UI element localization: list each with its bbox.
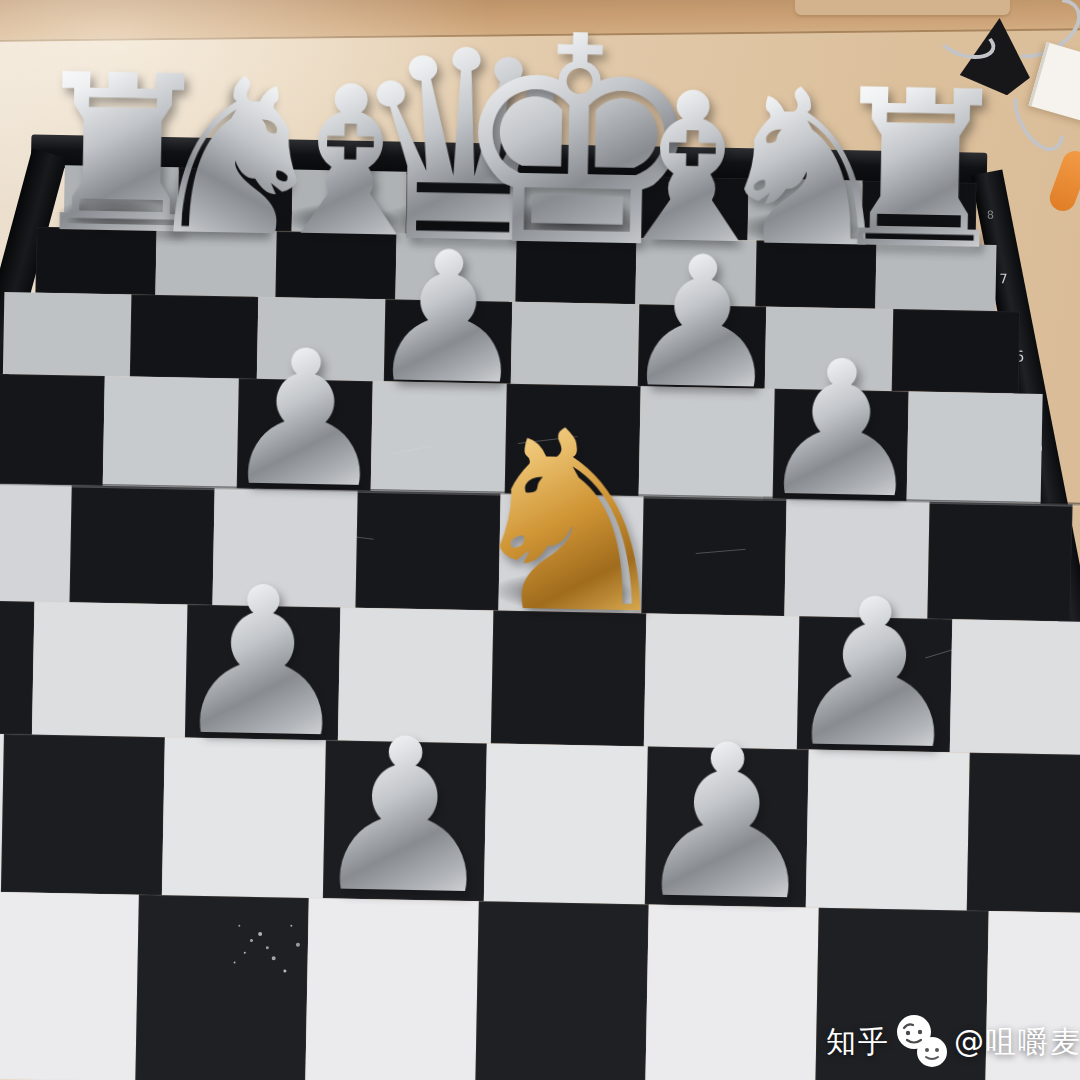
dust-speck [296,943,300,947]
square-b1 [0,891,139,1080]
watermark-handle-label: @咀嚼麦菱 [954,1022,1080,1063]
dust-speck [234,962,236,964]
piece-silver-pawn-f2: ♟ [630,716,824,931]
square-h5 [907,391,1043,504]
square-b2 [0,734,164,895]
dust-speck [283,970,286,973]
photo-scene: 876543 ♜♞♝♛♚♝♞♜♟♟♟♟♞♟♟♟♟ 知乎 @咀嚼麦菱 [0,0,1080,1080]
dust-speck [250,939,253,942]
square-c1 [135,895,309,1080]
piece-silver-pawn-g5: ♟ [755,336,926,526]
square-a6 [2,292,131,376]
square-a4 [0,483,71,603]
chess-board: 876543 ♜♞♝♛♚♝♞♜♟♟♟♟♞♟♟♟♟ [0,0,1080,1080]
watermark-site-label: 知乎 [826,1022,890,1063]
square-h3 [949,619,1080,755]
piece-silver-pawn-c5: ♟ [220,326,391,516]
piece-gold-knight-e4: ♞ [457,397,684,650]
dust-speck [258,932,262,936]
square-a3 [0,599,34,735]
dust-speck [244,952,246,954]
square-a5 [0,373,105,486]
dust-speck [238,925,240,927]
piece-silver-pawn-d2: ♟ [308,710,502,925]
piece-silver-rook-h8: ♜ [821,61,1020,282]
square-h2 [966,753,1080,914]
square-b3 [31,602,187,738]
dust-speck [266,946,269,949]
watermark: 知乎 @咀嚼麦菱 [826,1014,1080,1070]
dust-speck [272,956,276,960]
watermark-emoji-faces-icon [892,1014,952,1070]
square-e1 [475,901,649,1080]
square-b5 [103,376,239,489]
square-e2 [483,743,647,904]
dust-speck [290,925,292,927]
watermark-icons [892,1014,952,1070]
